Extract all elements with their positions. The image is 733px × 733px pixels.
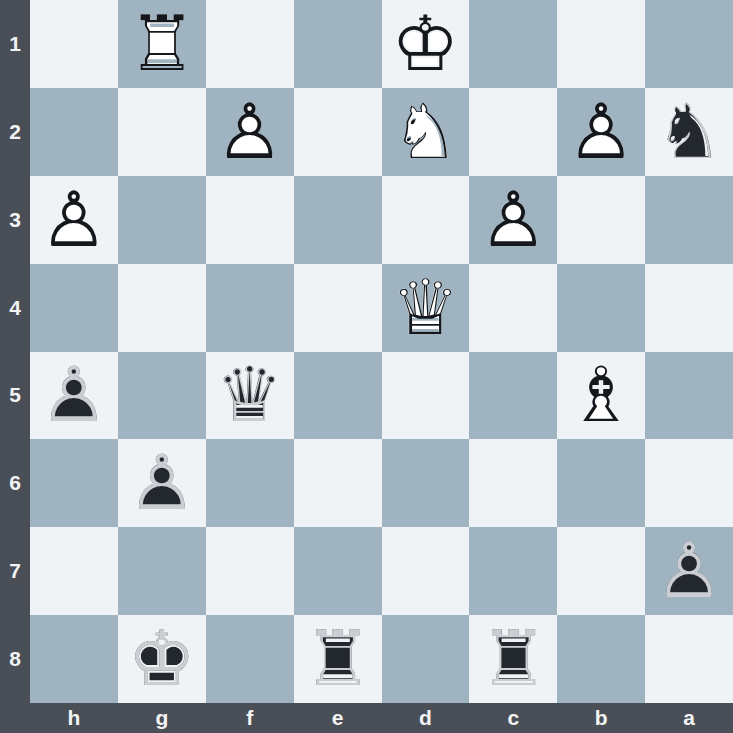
square-g1[interactable]: ♜♖ [118, 0, 206, 88]
square-d4[interactable]: ♛♕ [382, 264, 470, 352]
square-h8[interactable] [30, 615, 118, 703]
white-pawn-b2[interactable]: ♟♙ [557, 88, 645, 176]
file-label-f: f [206, 703, 294, 733]
white-king-d1[interactable]: ♚♔ [382, 0, 470, 88]
piece-outline-glyph: ♙ [30, 182, 118, 258]
rank-label-4: 4 [0, 264, 30, 352]
rank-label-5: 5 [0, 352, 30, 440]
square-f1[interactable] [206, 0, 294, 88]
square-e6[interactable] [294, 439, 382, 527]
square-h2[interactable] [30, 88, 118, 176]
square-h6[interactable] [30, 439, 118, 527]
piece-outline-glyph: ♕ [206, 357, 294, 433]
square-f3[interactable] [206, 176, 294, 264]
square-a1[interactable] [645, 0, 733, 88]
square-f2[interactable]: ♟♙ [206, 88, 294, 176]
square-e8[interactable]: ♜♖ [294, 615, 382, 703]
square-f4[interactable] [206, 264, 294, 352]
rank-label-8: 8 [0, 615, 30, 703]
square-b8[interactable] [557, 615, 645, 703]
square-c8[interactable]: ♜♖ [469, 615, 557, 703]
file-label-b: b [557, 703, 645, 733]
square-g4[interactable] [118, 264, 206, 352]
piece-outline-glyph: ♙ [30, 357, 118, 433]
square-b7[interactable] [557, 527, 645, 615]
piece-outline-glyph: ♙ [206, 94, 294, 170]
white-pawn-c3[interactable]: ♟♙ [469, 176, 557, 264]
file-label-g: g [118, 703, 206, 733]
black-rook-c8[interactable]: ♜♖ [469, 615, 557, 703]
square-a4[interactable] [645, 264, 733, 352]
rank-label-1: 1 [0, 0, 30, 88]
square-e2[interactable] [294, 88, 382, 176]
black-rook-e8[interactable]: ♜♖ [294, 615, 382, 703]
square-c3[interactable]: ♟♙ [469, 176, 557, 264]
rank-label-3: 3 [0, 176, 30, 264]
square-d3[interactable] [382, 176, 470, 264]
square-b4[interactable] [557, 264, 645, 352]
square-d8[interactable] [382, 615, 470, 703]
file-label-d: d [382, 703, 470, 733]
white-queen-d4[interactable]: ♛♕ [382, 264, 470, 352]
square-g6[interactable]: ♟♙ [118, 439, 206, 527]
square-e5[interactable] [294, 352, 382, 440]
square-a8[interactable] [645, 615, 733, 703]
piece-outline-glyph: ♙ [557, 94, 645, 170]
square-c2[interactable] [469, 88, 557, 176]
piece-outline-glyph: ♖ [294, 621, 382, 697]
board-frame-corner [0, 703, 30, 733]
file-label-c: c [469, 703, 557, 733]
piece-outline-glyph: ♗ [557, 357, 645, 433]
square-c5[interactable] [469, 352, 557, 440]
square-b5[interactable]: ♝♗ [557, 352, 645, 440]
square-g8[interactable]: ♚♔ [118, 615, 206, 703]
square-f8[interactable] [206, 615, 294, 703]
square-c1[interactable] [469, 0, 557, 88]
black-pawn-g6[interactable]: ♟♙ [118, 439, 206, 527]
square-b6[interactable] [557, 439, 645, 527]
square-b2[interactable]: ♟♙ [557, 88, 645, 176]
square-c4[interactable] [469, 264, 557, 352]
black-king-g8[interactable]: ♚♔ [118, 615, 206, 703]
piece-outline-glyph: ♔ [382, 6, 470, 82]
white-pawn-f2[interactable]: ♟♙ [206, 88, 294, 176]
white-knight-d2[interactable]: ♞♘ [382, 88, 470, 176]
square-c7[interactable] [469, 527, 557, 615]
piece-outline-glyph: ♖ [469, 621, 557, 697]
black-pawn-a7[interactable]: ♟♙ [645, 527, 733, 615]
square-g5[interactable] [118, 352, 206, 440]
square-g2[interactable] [118, 88, 206, 176]
chess-board: 1♜♖♚♔2♟♙♞♘♟♙♞♘3♟♙♟♙4♛♕5♟♙♛♕♝♗6♟♙7♟♙8♚♔♜♖… [0, 0, 733, 733]
piece-outline-glyph: ♙ [469, 182, 557, 258]
white-rook-g1[interactable]: ♜♖ [118, 0, 206, 88]
square-c6[interactable] [469, 439, 557, 527]
white-bishop-b5[interactable]: ♝♗ [557, 352, 645, 440]
piece-outline-glyph: ♘ [645, 94, 733, 170]
square-a5[interactable] [645, 352, 733, 440]
rank-label-6: 6 [0, 439, 30, 527]
square-h5[interactable]: ♟♙ [30, 352, 118, 440]
white-pawn-h3[interactable]: ♟♙ [30, 176, 118, 264]
square-h7[interactable] [30, 527, 118, 615]
square-f6[interactable] [206, 439, 294, 527]
rank-label-7: 7 [0, 527, 30, 615]
square-a2[interactable]: ♞♘ [645, 88, 733, 176]
square-f5[interactable]: ♛♕ [206, 352, 294, 440]
square-d7[interactable] [382, 527, 470, 615]
rank-label-2: 2 [0, 88, 30, 176]
file-label-h: h [30, 703, 118, 733]
square-h4[interactable] [30, 264, 118, 352]
piece-outline-glyph: ♔ [118, 621, 206, 697]
piece-outline-glyph: ♙ [118, 445, 206, 521]
square-b3[interactable] [557, 176, 645, 264]
square-d1[interactable]: ♚♔ [382, 0, 470, 88]
square-a3[interactable] [645, 176, 733, 264]
square-a7[interactable]: ♟♙ [645, 527, 733, 615]
square-f7[interactable] [206, 527, 294, 615]
square-e7[interactable] [294, 527, 382, 615]
square-e3[interactable] [294, 176, 382, 264]
black-pawn-h5[interactable]: ♟♙ [30, 352, 118, 440]
square-g3[interactable] [118, 176, 206, 264]
square-b1[interactable] [557, 0, 645, 88]
file-label-a: a [645, 703, 733, 733]
square-e1[interactable] [294, 0, 382, 88]
file-label-e: e [294, 703, 382, 733]
square-a6[interactable] [645, 439, 733, 527]
piece-outline-glyph: ♘ [382, 94, 470, 170]
square-h3[interactable]: ♟♙ [30, 176, 118, 264]
piece-outline-glyph: ♙ [645, 533, 733, 609]
square-h1[interactable] [30, 0, 118, 88]
black-queen-f5[interactable]: ♛♕ [206, 352, 294, 440]
square-d5[interactable] [382, 352, 470, 440]
square-d2[interactable]: ♞♘ [382, 88, 470, 176]
piece-outline-glyph: ♕ [382, 270, 470, 346]
square-g7[interactable] [118, 527, 206, 615]
square-d6[interactable] [382, 439, 470, 527]
piece-outline-glyph: ♖ [118, 6, 206, 82]
square-e4[interactable] [294, 264, 382, 352]
black-knight-a2[interactable]: ♞♘ [645, 88, 733, 176]
